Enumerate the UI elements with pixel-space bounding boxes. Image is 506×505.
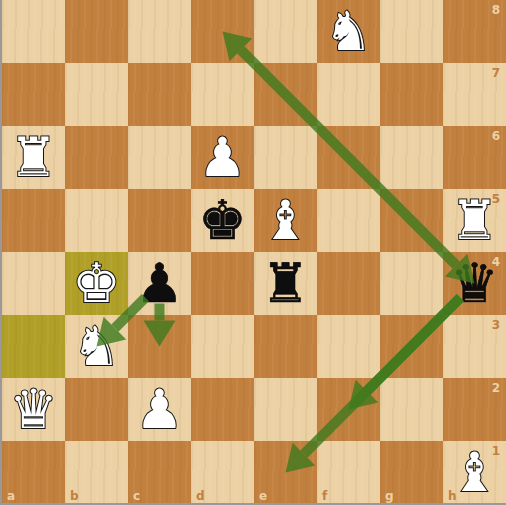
file-label-c: c — [133, 489, 140, 503]
square-g4[interactable] — [380, 252, 443, 315]
file-label-a: a — [7, 489, 15, 503]
rank-label-3: 3 — [492, 318, 500, 332]
black-queen[interactable]: ♛ — [443, 252, 506, 315]
square-h7[interactable]: 7 — [443, 63, 506, 126]
square-a6[interactable]: ♜ — [2, 126, 65, 189]
square-f7[interactable] — [317, 63, 380, 126]
square-h1[interactable]: 1h♝ — [443, 441, 506, 504]
square-f2[interactable] — [317, 378, 380, 441]
file-label-d: d — [196, 489, 205, 503]
square-d4[interactable] — [191, 252, 254, 315]
square-g7[interactable] — [380, 63, 443, 126]
square-g1[interactable]: g — [380, 441, 443, 504]
square-c8[interactable] — [128, 0, 191, 63]
white-bishop[interactable]: ♝ — [443, 441, 506, 504]
square-a5[interactable] — [2, 189, 65, 252]
white-knight[interactable]: ♞ — [317, 0, 380, 63]
square-c1[interactable]: c — [128, 441, 191, 504]
square-d8[interactable] — [191, 0, 254, 63]
square-d1[interactable]: d — [191, 441, 254, 504]
square-d6[interactable]: ♟ — [191, 126, 254, 189]
black-king[interactable]: ♚ — [191, 189, 254, 252]
square-b3[interactable]: ♞ — [65, 315, 128, 378]
chess-board-screenshot: ♞87♜♟6♚♝5♜♚♟♜4♛♞3♛♟2abcdefg1h♝ — [0, 0, 506, 505]
square-c3[interactable] — [128, 315, 191, 378]
square-d3[interactable] — [191, 315, 254, 378]
square-d7[interactable] — [191, 63, 254, 126]
square-b1[interactable]: b — [65, 441, 128, 504]
square-e8[interactable] — [254, 0, 317, 63]
file-label-g: g — [385, 489, 394, 503]
square-c2[interactable]: ♟ — [128, 378, 191, 441]
square-c4[interactable]: ♟ — [128, 252, 191, 315]
white-pawn[interactable]: ♟ — [191, 126, 254, 189]
square-f6[interactable] — [317, 126, 380, 189]
square-c7[interactable] — [128, 63, 191, 126]
square-e4[interactable]: ♜ — [254, 252, 317, 315]
black-rook[interactable]: ♜ — [254, 252, 317, 315]
square-h8[interactable]: 8 — [443, 0, 506, 63]
square-e5[interactable]: ♝ — [254, 189, 317, 252]
square-e3[interactable] — [254, 315, 317, 378]
rank-label-7: 7 — [492, 66, 500, 80]
file-label-b: b — [70, 489, 79, 503]
square-b2[interactable] — [65, 378, 128, 441]
square-c5[interactable] — [128, 189, 191, 252]
square-e2[interactable] — [254, 378, 317, 441]
file-label-f: f — [322, 489, 327, 503]
square-h6[interactable]: 6 — [443, 126, 506, 189]
square-h3[interactable]: 3 — [443, 315, 506, 378]
square-g3[interactable] — [380, 315, 443, 378]
square-h4[interactable]: 4♛ — [443, 252, 506, 315]
square-b4[interactable]: ♚ — [65, 252, 128, 315]
square-a4[interactable] — [2, 252, 65, 315]
square-g2[interactable] — [380, 378, 443, 441]
square-h2[interactable]: 2 — [443, 378, 506, 441]
white-rook[interactable]: ♜ — [443, 189, 506, 252]
square-g8[interactable] — [380, 0, 443, 63]
square-e7[interactable] — [254, 63, 317, 126]
white-pawn[interactable]: ♟ — [128, 378, 191, 441]
square-a7[interactable] — [2, 63, 65, 126]
square-a8[interactable] — [2, 0, 65, 63]
square-b8[interactable] — [65, 0, 128, 63]
square-f8[interactable]: ♞ — [317, 0, 380, 63]
square-d5[interactable]: ♚ — [191, 189, 254, 252]
square-f3[interactable] — [317, 315, 380, 378]
square-a2[interactable]: ♛ — [2, 378, 65, 441]
square-e6[interactable] — [254, 126, 317, 189]
square-f5[interactable] — [317, 189, 380, 252]
rank-label-2: 2 — [492, 381, 500, 395]
file-label-e: e — [259, 489, 267, 503]
square-c6[interactable] — [128, 126, 191, 189]
square-g5[interactable] — [380, 189, 443, 252]
square-d2[interactable] — [191, 378, 254, 441]
square-g6[interactable] — [380, 126, 443, 189]
black-pawn[interactable]: ♟ — [128, 252, 191, 315]
square-f1[interactable]: f — [317, 441, 380, 504]
white-rook[interactable]: ♜ — [2, 126, 65, 189]
square-a1[interactable]: a — [2, 441, 65, 504]
square-a3[interactable] — [2, 315, 65, 378]
rank-label-8: 8 — [492, 3, 500, 17]
white-king[interactable]: ♚ — [65, 252, 128, 315]
white-queen[interactable]: ♛ — [2, 378, 65, 441]
chess-board: ♞87♜♟6♚♝5♜♚♟♜4♛♞3♛♟2abcdefg1h♝ — [2, 0, 506, 504]
square-f4[interactable] — [317, 252, 380, 315]
white-bishop[interactable]: ♝ — [254, 189, 317, 252]
white-knight[interactable]: ♞ — [65, 315, 128, 378]
square-b7[interactable] — [65, 63, 128, 126]
square-b5[interactable] — [65, 189, 128, 252]
square-h5[interactable]: 5♜ — [443, 189, 506, 252]
rank-label-6: 6 — [492, 129, 500, 143]
square-b6[interactable] — [65, 126, 128, 189]
square-e1[interactable]: e — [254, 441, 317, 504]
board-left-border — [0, 0, 2, 505]
